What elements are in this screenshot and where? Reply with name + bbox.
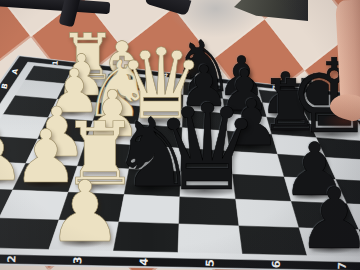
rank-label-4: 4 [137, 257, 150, 265]
rank-label-5: 5 [198, 77, 206, 82]
rank-label-3: 3 [71, 256, 84, 264]
rank-label-5: 5 [204, 259, 217, 267]
chess-board: AABBCCDDEEFFGGHH1122334455667788 [0, 0, 360, 270]
chess-set-photo: AABBCCDDEEFFGGHH1122334455667788 ♜♞♟♟♝♟♟… [0, 0, 360, 270]
rank-label-6: 6 [270, 260, 283, 268]
rank-label-1: 1 [51, 60, 59, 65]
rank-label-7: 7 [336, 262, 349, 270]
rank-label-6: 6 [235, 81, 243, 86]
rank-label-2: 2 [5, 255, 18, 263]
rank-label-8: 8 [309, 89, 317, 94]
rank-label-2: 2 [88, 64, 96, 69]
rank-label-7: 7 [272, 85, 280, 90]
rank-label-3: 3 [125, 68, 133, 73]
rank-label-4: 4 [162, 72, 170, 77]
board-sheen [0, 56, 360, 270]
